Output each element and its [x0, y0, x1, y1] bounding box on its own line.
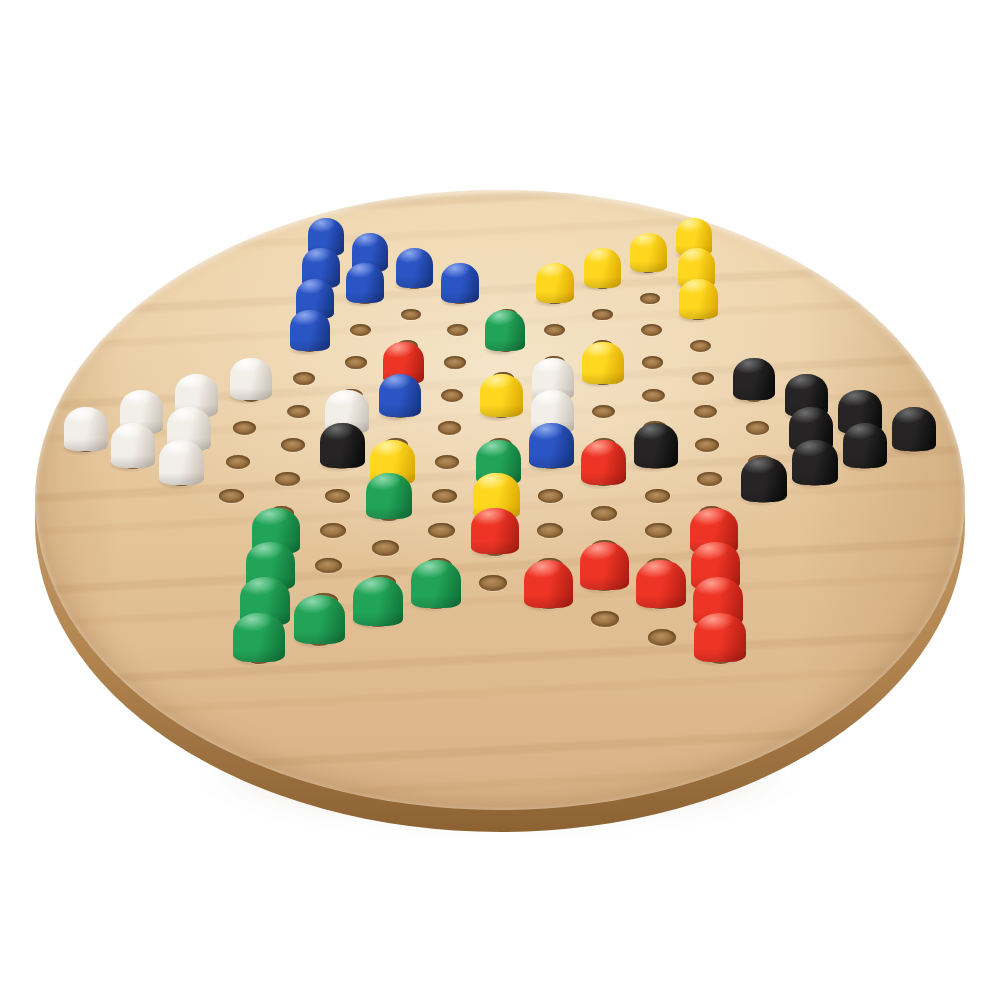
hole-c5-y-2.5[interactable] — [345, 356, 367, 369]
peg-green[interactable] — [366, 473, 413, 519]
peg-black[interactable] — [741, 457, 787, 502]
hole-c10-y-4[interactable] — [592, 309, 612, 321]
peg-red[interactable] — [471, 508, 519, 555]
peg-white[interactable] — [64, 407, 108, 451]
peg-blue[interactable] — [396, 248, 434, 288]
peg-black[interactable] — [733, 358, 775, 401]
peg-blue[interactable] — [379, 374, 422, 417]
hole-c12-y-2[interactable] — [692, 372, 714, 385]
hole-c3-y0.5[interactable] — [226, 455, 250, 469]
hole-c11-y1.5[interactable] — [645, 489, 670, 504]
peg-green[interactable] — [233, 613, 285, 662]
peg-yellow[interactable] — [630, 233, 667, 272]
peg-red[interactable] — [524, 560, 574, 608]
peg-black[interactable] — [892, 407, 936, 451]
peg-red[interactable] — [581, 440, 626, 485]
peg-white[interactable] — [230, 358, 272, 401]
peg-red[interactable] — [636, 560, 686, 608]
peg-blue[interactable] — [290, 310, 330, 351]
peg-red[interactable] — [580, 542, 629, 590]
hole-c10-y2[interactable] — [591, 506, 617, 521]
peg-yellow[interactable] — [582, 342, 623, 384]
hole-c7-y0.5[interactable] — [435, 455, 459, 469]
hole-c12-y1[interactable] — [697, 472, 722, 487]
hole-c7-y-1.5[interactable] — [441, 389, 464, 402]
hole-c3-y-0.5[interactable] — [233, 421, 257, 435]
peg-black[interactable] — [843, 423, 888, 468]
peg-black[interactable] — [320, 423, 365, 468]
peg-green[interactable] — [411, 560, 461, 608]
hole-c11-y-2.5[interactable] — [642, 356, 664, 369]
hole-c3-y1.5[interactable] — [219, 489, 244, 504]
peg-green[interactable] — [294, 595, 345, 644]
peg-green[interactable] — [353, 577, 404, 626]
hole-c7-y-2.5[interactable] — [444, 356, 466, 369]
peg-black[interactable] — [792, 440, 837, 485]
hole-c11-y-1.5[interactable] — [642, 389, 665, 402]
hole-c4-y0[interactable] — [281, 438, 305, 452]
hole-c12-y-1[interactable] — [694, 405, 717, 418]
peg-green[interactable] — [485, 310, 525, 351]
hole-c11-y2.5[interactable] — [645, 523, 671, 538]
hole-c11-y5.5[interactable] — [648, 629, 677, 646]
peg-red[interactable] — [694, 613, 746, 662]
peg-yellow[interactable] — [679, 279, 718, 319]
peg-white[interactable] — [111, 423, 156, 468]
chinese-checkers-scene — [0, 0, 1000, 1000]
peg-blue[interactable] — [441, 263, 479, 303]
peg-white[interactable] — [159, 440, 204, 485]
peg-yellow[interactable] — [480, 374, 523, 417]
peg-black[interactable] — [634, 423, 679, 468]
peg-yellow[interactable] — [584, 248, 622, 288]
peg-yellow[interactable] — [536, 263, 574, 303]
hole-c4-y1[interactable] — [275, 472, 300, 487]
hole-c13-y-0.5[interactable] — [746, 421, 770, 435]
hole-c6-y3[interactable] — [372, 540, 399, 556]
peg-blue[interactable] — [529, 423, 574, 468]
hole-c12-y0[interactable] — [695, 438, 719, 452]
peg-blue[interactable] — [346, 263, 384, 303]
hole-c7-y1.5[interactable] — [432, 489, 457, 504]
hole-c7-y2.5[interactable] — [428, 523, 454, 538]
